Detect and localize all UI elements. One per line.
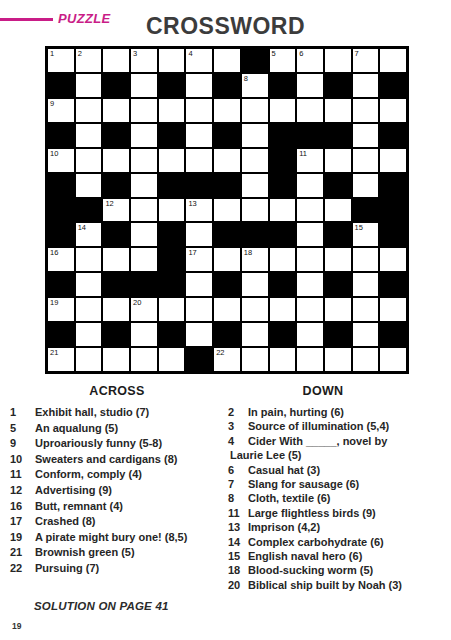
black-cell <box>270 323 296 346</box>
clue-row: 11Conform, comply (4) <box>10 468 224 481</box>
white-cell[interactable] <box>131 174 157 197</box>
white-cell[interactable]: 5 <box>270 49 296 72</box>
clue-number: 8 <box>228 492 248 505</box>
white-cell[interactable] <box>186 99 212 122</box>
white-cell[interactable] <box>380 99 406 122</box>
clue-row: 5An aqualung (5) <box>10 422 224 435</box>
black-cell <box>103 74 129 97</box>
black-cell <box>214 223 240 246</box>
black-cell <box>270 149 296 172</box>
white-cell[interactable] <box>76 124 102 147</box>
page-title: CROSSWORD <box>0 13 451 40</box>
white-cell[interactable] <box>353 273 379 296</box>
white-cell[interactable] <box>103 49 129 72</box>
clue-text: Crashed (8) <box>35 515 224 528</box>
white-cell[interactable]: 16 <box>48 248 74 271</box>
white-cell[interactable] <box>214 49 240 72</box>
clue-row: 3Source of illumination (5,4) <box>228 420 448 433</box>
black-cell <box>270 74 296 97</box>
white-cell[interactable] <box>186 273 212 296</box>
white-cell[interactable] <box>242 348 268 371</box>
clue-number: 9 <box>10 437 35 450</box>
clue-row: 15English naval hero (6) <box>228 550 448 563</box>
clue-number: 4 <box>228 435 248 448</box>
clue-text: Slang for sausage (6) <box>248 478 448 491</box>
clue-row: 19A pirate might bury one! (8,5) <box>10 531 224 544</box>
cell-number: 18 <box>244 248 252 258</box>
white-cell[interactable]: 17 <box>186 248 212 271</box>
black-cell <box>159 248 185 271</box>
black-cell <box>214 323 240 346</box>
clue-text: Advertising (9) <box>35 484 224 497</box>
cell-number: 13 <box>188 199 196 209</box>
black-cell <box>270 223 296 246</box>
white-cell[interactable] <box>325 298 351 321</box>
white-cell[interactable] <box>353 174 379 197</box>
black-cell <box>214 174 240 197</box>
cell-number: 12 <box>105 199 113 209</box>
clue-text: In pain, hurting (6) <box>248 406 448 419</box>
white-cell[interactable] <box>76 323 102 346</box>
white-cell[interactable] <box>270 99 296 122</box>
white-cell[interactable]: 2 <box>76 49 102 72</box>
white-cell[interactable]: 4 <box>186 49 212 72</box>
white-cell[interactable] <box>214 199 240 222</box>
clue-text: Complex carbohydrate (6) <box>248 536 448 549</box>
white-cell[interactable] <box>353 348 379 371</box>
clue-row: 1Exhibit hall, studio (7) <box>10 406 224 419</box>
white-cell[interactable] <box>242 174 268 197</box>
clue-number: 16 <box>10 500 35 513</box>
white-cell[interactable] <box>270 199 296 222</box>
white-cell[interactable]: 14 <box>76 223 102 246</box>
black-cell <box>48 74 74 97</box>
black-cell <box>186 174 212 197</box>
cell-number: 2 <box>78 49 82 59</box>
white-cell[interactable] <box>76 174 102 197</box>
clue-row: 17Crashed (8) <box>10 515 224 528</box>
white-cell[interactable]: 22 <box>214 348 240 371</box>
black-cell <box>325 174 351 197</box>
white-cell[interactable] <box>131 248 157 271</box>
white-cell[interactable] <box>325 199 351 222</box>
black-cell <box>48 199 74 222</box>
clue-text-continuation: Laurie Lee (5) <box>230 449 448 462</box>
clue-row: 18Blood-sucking worm (5) <box>228 564 448 577</box>
cell-number: 11 <box>299 149 307 159</box>
white-cell[interactable] <box>159 49 185 72</box>
white-cell[interactable] <box>270 298 296 321</box>
black-cell <box>325 74 351 97</box>
white-cell[interactable] <box>353 248 379 271</box>
black-cell <box>186 348 212 371</box>
white-cell[interactable]: 13 <box>186 199 212 222</box>
clue-text: English naval hero (6) <box>248 550 448 563</box>
clue-text: Cider With _____, novel by <box>248 435 448 448</box>
clue-text: Exhibit hall, studio (7) <box>35 406 224 419</box>
clue-text: Butt, remnant (4) <box>35 500 224 513</box>
white-cell[interactable] <box>242 298 268 321</box>
clue-row: 7Slang for sausage (6) <box>228 478 448 491</box>
black-cell <box>76 199 102 222</box>
clue-number: 5 <box>10 422 35 435</box>
white-cell[interactable] <box>214 99 240 122</box>
black-cell <box>214 124 240 147</box>
white-cell[interactable] <box>242 323 268 346</box>
white-cell[interactable]: 12 <box>103 199 129 222</box>
white-cell[interactable]: 3 <box>131 49 157 72</box>
clue-number: 12 <box>10 484 35 497</box>
cell-number: 7 <box>355 49 359 59</box>
down-header: DOWN <box>228 384 418 398</box>
black-cell <box>214 74 240 97</box>
clue-row: 22Pursuing (7) <box>10 562 224 575</box>
white-cell[interactable] <box>186 298 212 321</box>
clue-number: 19 <box>10 531 35 544</box>
white-cell[interactable] <box>242 149 268 172</box>
white-cell[interactable] <box>325 99 351 122</box>
crossword-grid: 12345678910111213141516171819202122 <box>45 46 409 374</box>
solution-note: SOLUTION ON PAGE 41 <box>34 600 169 612</box>
black-cell <box>103 124 129 147</box>
black-cell <box>159 323 185 346</box>
clue-row: 4Cider With _____, novel by <box>228 435 448 448</box>
black-cell <box>270 174 296 197</box>
clue-row: 14Complex carbohydrate (6) <box>228 536 448 549</box>
black-cell <box>159 74 185 97</box>
clue-row: 13Imprison (4,2) <box>228 521 448 534</box>
black-cell <box>159 223 185 246</box>
clue-text: Large flightless birds (9) <box>248 507 448 520</box>
clue-text: An aqualung (5) <box>35 422 224 435</box>
clue-text: Blood-sucking worm (5) <box>248 564 448 577</box>
white-cell[interactable] <box>76 248 102 271</box>
across-clues-section: ACROSS 1Exhibit hall, studio (7)5An aqua… <box>10 384 224 578</box>
black-cell <box>380 124 406 147</box>
white-cell[interactable] <box>214 149 240 172</box>
white-cell[interactable]: 20 <box>131 298 157 321</box>
white-cell[interactable]: 6 <box>297 49 323 72</box>
clue-number: 13 <box>228 521 248 534</box>
white-cell[interactable] <box>270 348 296 371</box>
black-cell <box>242 223 268 246</box>
white-cell[interactable] <box>76 298 102 321</box>
white-cell[interactable] <box>131 223 157 246</box>
black-cell <box>380 323 406 346</box>
white-cell[interactable] <box>380 348 406 371</box>
white-cell[interactable] <box>297 174 323 197</box>
white-cell[interactable] <box>214 248 240 271</box>
white-cell[interactable] <box>159 149 185 172</box>
white-cell[interactable] <box>353 323 379 346</box>
white-cell[interactable]: 8 <box>242 74 268 97</box>
cell-number: 1 <box>50 49 54 59</box>
clue-number: 11 <box>10 468 35 481</box>
white-cell[interactable] <box>380 248 406 271</box>
black-cell <box>103 273 129 296</box>
down-clues-section: DOWN 2In pain, hurting (6)3Source of ill… <box>228 384 448 593</box>
white-cell[interactable] <box>353 74 379 97</box>
clue-row: 8Cloth, textile (6) <box>228 492 448 505</box>
white-cell[interactable] <box>380 149 406 172</box>
cell-number: 14 <box>78 223 86 233</box>
white-cell[interactable] <box>325 248 351 271</box>
white-cell[interactable] <box>353 298 379 321</box>
white-cell[interactable] <box>297 298 323 321</box>
clue-text: Source of illumination (5,4) <box>248 420 448 433</box>
clue-number: 15 <box>228 550 248 563</box>
black-cell <box>380 273 406 296</box>
white-cell[interactable] <box>131 124 157 147</box>
clue-number: 17 <box>10 515 35 528</box>
white-cell[interactable] <box>186 323 212 346</box>
across-header: ACROSS <box>10 384 224 398</box>
black-cell <box>270 273 296 296</box>
crossword-page: PUZZLE CROSSWORD 12345678910111213141516… <box>0 0 451 640</box>
page-number: 19 <box>12 621 21 631</box>
clue-row: 11Large flightless birds (9) <box>228 507 448 520</box>
white-cell[interactable] <box>131 99 157 122</box>
clue-number: 20 <box>228 579 248 592</box>
clue-row: 6Casual hat (3) <box>228 464 448 477</box>
black-cell <box>48 223 74 246</box>
white-cell[interactable]: 21 <box>48 348 74 371</box>
black-cell <box>103 174 129 197</box>
clue-row: 21Brownish green (5) <box>10 546 224 559</box>
white-cell[interactable] <box>297 99 323 122</box>
clue-number: 14 <box>228 536 248 549</box>
clue-number: 2 <box>228 406 248 419</box>
black-cell <box>325 223 351 246</box>
cell-number: 5 <box>272 49 276 59</box>
down-clue-list: 2In pain, hurting (6)3Source of illumina… <box>228 406 448 592</box>
white-cell[interactable] <box>380 49 406 72</box>
black-cell <box>48 323 74 346</box>
cell-number: 19 <box>50 298 58 308</box>
cell-number: 20 <box>133 298 141 308</box>
cell-number: 4 <box>188 49 192 59</box>
cell-number: 17 <box>188 248 196 258</box>
black-cell <box>103 323 129 346</box>
white-cell[interactable]: 19 <box>48 298 74 321</box>
white-cell[interactable] <box>353 149 379 172</box>
cell-number: 8 <box>244 74 248 84</box>
clue-row: 20Biblical ship built by Noah (3) <box>228 579 448 592</box>
black-cell <box>380 174 406 197</box>
black-cell <box>325 124 351 147</box>
white-cell[interactable] <box>131 323 157 346</box>
clue-text: Brownish green (5) <box>35 546 224 559</box>
white-cell[interactable] <box>297 223 323 246</box>
clue-number: 1 <box>10 406 35 419</box>
black-cell <box>48 124 74 147</box>
cell-number: 9 <box>50 99 54 109</box>
white-cell[interactable] <box>186 223 212 246</box>
white-cell[interactable] <box>242 199 268 222</box>
clue-text: Biblical ship built by Noah (3) <box>248 579 448 592</box>
black-cell <box>48 174 74 197</box>
clue-text: Imprison (4,2) <box>248 521 448 534</box>
white-cell[interactable] <box>297 74 323 97</box>
white-cell[interactable] <box>159 99 185 122</box>
cell-number: 16 <box>50 248 58 258</box>
black-cell <box>380 199 406 222</box>
white-cell[interactable] <box>159 348 185 371</box>
clue-text: A pirate might bury one! (8,5) <box>35 531 224 544</box>
black-cell <box>380 223 406 246</box>
cell-number: 10 <box>50 149 58 159</box>
white-cell[interactable] <box>242 273 268 296</box>
white-cell[interactable] <box>131 199 157 222</box>
white-cell[interactable] <box>131 74 157 97</box>
black-cell <box>159 174 185 197</box>
white-cell[interactable] <box>353 124 379 147</box>
clue-row: 12Advertising (9) <box>10 484 224 497</box>
clue-text: Cloth, textile (6) <box>248 492 448 505</box>
white-cell[interactable] <box>159 298 185 321</box>
black-cell <box>131 273 157 296</box>
white-cell[interactable] <box>242 99 268 122</box>
clue-row: 2In pain, hurting (6) <box>228 406 448 419</box>
white-cell[interactable]: 7 <box>353 49 379 72</box>
clue-number: 11 <box>228 507 248 520</box>
clue-row: 16Butt, remnant (4) <box>10 500 224 513</box>
white-cell[interactable] <box>103 99 129 122</box>
cell-number: 3 <box>133 49 137 59</box>
white-cell[interactable]: 1 <box>48 49 74 72</box>
black-cell <box>159 273 185 296</box>
white-cell[interactable] <box>103 149 129 172</box>
white-cell[interactable] <box>186 149 212 172</box>
white-cell[interactable] <box>159 199 185 222</box>
white-cell[interactable] <box>380 298 406 321</box>
across-clue-list: 1Exhibit hall, studio (7)5An aqualung (5… <box>10 406 224 575</box>
clue-number: 10 <box>10 453 35 466</box>
white-cell[interactable]: 11 <box>297 149 323 172</box>
white-cell[interactable] <box>297 323 323 346</box>
white-cell[interactable] <box>76 149 102 172</box>
clue-text: Sweaters and cardigans (8) <box>35 453 224 466</box>
clue-number: 7 <box>228 478 248 491</box>
white-cell[interactable] <box>325 348 351 371</box>
white-cell[interactable] <box>103 248 129 271</box>
black-cell <box>159 124 185 147</box>
white-cell[interactable] <box>103 348 129 371</box>
cell-number: 22 <box>216 348 224 358</box>
white-cell[interactable] <box>131 348 157 371</box>
white-cell[interactable] <box>186 74 212 97</box>
white-cell[interactable] <box>325 49 351 72</box>
black-cell <box>325 273 351 296</box>
white-cell[interactable] <box>76 273 102 296</box>
clue-text: Conform, comply (4) <box>35 468 224 481</box>
clue-row: 9Uproariously funny (5-8) <box>10 437 224 450</box>
white-cell[interactable] <box>76 99 102 122</box>
black-cell <box>48 273 74 296</box>
white-cell[interactable]: 9 <box>48 99 74 122</box>
clue-number: 18 <box>228 564 248 577</box>
clue-number: 22 <box>10 562 35 575</box>
clue-text: Uproariously funny (5-8) <box>35 437 224 450</box>
white-cell[interactable] <box>76 74 102 97</box>
black-cell <box>214 273 240 296</box>
black-cell <box>103 223 129 246</box>
clue-text: Pursuing (7) <box>35 562 224 575</box>
white-cell[interactable] <box>270 248 296 271</box>
cell-number: 15 <box>355 223 363 233</box>
clue-number: 21 <box>10 546 35 559</box>
white-cell[interactable] <box>353 99 379 122</box>
white-cell[interactable] <box>297 248 323 271</box>
white-cell[interactable] <box>186 124 212 147</box>
black-cell <box>353 199 379 222</box>
white-cell[interactable]: 18 <box>242 248 268 271</box>
white-cell[interactable] <box>242 124 268 147</box>
white-cell[interactable] <box>297 199 323 222</box>
black-cell <box>297 124 323 147</box>
white-cell[interactable] <box>214 298 240 321</box>
white-cell[interactable] <box>297 348 323 371</box>
white-cell[interactable] <box>131 149 157 172</box>
white-cell[interactable]: 15 <box>353 223 379 246</box>
cell-number: 21 <box>50 348 58 358</box>
black-cell <box>270 124 296 147</box>
black-cell <box>325 323 351 346</box>
cell-number: 6 <box>299 49 303 59</box>
white-cell[interactable] <box>103 298 129 321</box>
clue-number: 3 <box>228 420 248 433</box>
clue-row: 10Sweaters and cardigans (8) <box>10 453 224 466</box>
white-cell[interactable]: 10 <box>48 149 74 172</box>
white-cell[interactable] <box>297 273 323 296</box>
clue-text: Casual hat (3) <box>248 464 448 477</box>
white-cell[interactable] <box>325 149 351 172</box>
black-cell <box>380 74 406 97</box>
black-cell <box>242 49 268 72</box>
clue-number: 6 <box>228 464 248 477</box>
white-cell[interactable] <box>76 348 102 371</box>
